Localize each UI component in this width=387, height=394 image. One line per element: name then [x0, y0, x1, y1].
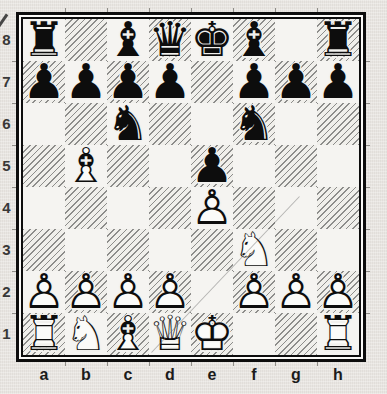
white-king-outline-glyph: ♔	[191, 312, 233, 354]
boundary-tick	[233, 8, 234, 12]
boundary-tick	[65, 362, 66, 366]
square-e8[interactable]: ♚	[191, 19, 233, 61]
square-a6[interactable]	[23, 103, 65, 145]
piece-black-knight: ♞	[233, 103, 275, 145]
black-pawn-glyph: ♟	[275, 60, 317, 102]
board-inner-frame: ♜♝♛♚♝♜♟♟♟♟♟♟♟♞♞♝♗♟♟♙♞♘♟♙♟♙♟♙♟♙♟♙♟♙♟♙♜♖♞♘…	[21, 17, 361, 357]
piece-black-pawn: ♟	[275, 61, 317, 103]
black-pawn-glyph: ♟	[65, 60, 107, 102]
piece-black-knight: ♞	[107, 103, 149, 145]
square-g2[interactable]: ♟♙	[275, 271, 317, 313]
black-pawn-glyph: ♟	[317, 60, 359, 102]
square-g5[interactable]	[275, 145, 317, 187]
white-pawn-outline-glyph: ♙	[233, 270, 275, 312]
rank-label-1: 1	[0, 313, 13, 355]
boundary-tick	[191, 362, 192, 366]
black-knight-glyph: ♞	[233, 102, 275, 144]
square-h7[interactable]: ♟	[317, 61, 359, 103]
file-label-f: f	[233, 364, 275, 386]
piece-white-bishop: ♝♗	[65, 145, 107, 187]
white-pawn-outline-glyph: ♙	[275, 270, 317, 312]
square-h1[interactable]: ♜♖	[317, 313, 359, 355]
square-d7[interactable]: ♟	[149, 61, 191, 103]
boundary-tick	[65, 8, 66, 12]
black-pawn-glyph: ♟	[149, 60, 191, 102]
piece-black-pawn: ♟	[23, 61, 65, 103]
square-c5[interactable]	[107, 145, 149, 187]
boundary-tick	[233, 362, 234, 366]
black-king-glyph: ♚	[191, 18, 233, 60]
square-e3[interactable]	[191, 229, 233, 271]
boundary-tick	[12, 103, 16, 104]
boundary-tick	[12, 187, 16, 188]
boundary-tick	[275, 362, 276, 366]
square-c1[interactable]: ♝♗	[107, 313, 149, 355]
boundary-tick	[107, 8, 108, 12]
rank-label-8: 8	[0, 19, 13, 61]
boundary-tick	[12, 145, 16, 146]
boundary-tick	[12, 271, 16, 272]
square-h6[interactable]	[317, 103, 359, 145]
square-b1[interactable]: ♞♘	[65, 313, 107, 355]
piece-white-rook: ♜♖	[317, 313, 359, 355]
piece-white-knight: ♞♘	[65, 313, 107, 355]
square-e1[interactable]: ♚♔	[191, 313, 233, 355]
boundary-tick	[12, 61, 16, 62]
piece-black-pawn: ♟	[317, 61, 359, 103]
file-label-c: c	[107, 364, 149, 386]
square-g1[interactable]	[275, 313, 317, 355]
boundary-tick	[149, 8, 150, 12]
rank-label-2: 2	[0, 271, 13, 313]
square-f2[interactable]: ♟♙	[233, 271, 275, 313]
black-pawn-glyph: ♟	[23, 60, 65, 102]
file-label-g: g	[275, 364, 317, 386]
white-rook-outline-glyph: ♖	[317, 312, 359, 354]
boundary-tick	[317, 8, 318, 12]
square-b7[interactable]: ♟	[65, 61, 107, 103]
square-a4[interactable]	[23, 187, 65, 229]
square-d6[interactable]	[149, 103, 191, 145]
file-label-a: a	[23, 364, 65, 386]
black-knight-glyph: ♞	[107, 102, 149, 144]
white-pawn-outline-glyph: ♙	[191, 186, 233, 228]
boundary-tick	[366, 187, 370, 188]
boundary-tick	[366, 145, 370, 146]
square-c6[interactable]: ♞	[107, 103, 149, 145]
piece-white-king: ♚♔	[191, 313, 233, 355]
rank-label-3: 3	[0, 229, 13, 271]
square-a5[interactable]	[23, 145, 65, 187]
square-d4[interactable]	[149, 187, 191, 229]
piece-white-pawn: ♟♙	[275, 271, 317, 313]
board-grid: ♜♝♛♚♝♜♟♟♟♟♟♟♟♞♞♝♗♟♟♙♞♘♟♙♟♙♟♙♟♙♟♙♟♙♟♙♜♖♞♘…	[23, 19, 359, 355]
rank-label-6: 6	[0, 103, 13, 145]
boundary-tick	[366, 229, 370, 230]
square-b4[interactable]	[65, 187, 107, 229]
square-c4[interactable]	[107, 187, 149, 229]
rank-label-4: 4	[0, 187, 13, 229]
piece-white-pawn: ♟♙	[191, 187, 233, 229]
page-background: ♜♝♛♚♝♜♟♟♟♟♟♟♟♞♞♝♗♟♟♙♞♘♟♙♟♙♟♙♟♙♟♙♟♙♟♙♜♖♞♘…	[0, 0, 387, 394]
square-f6[interactable]: ♞	[233, 103, 275, 145]
boundary-tick	[366, 61, 370, 62]
rank-label-5: 5	[0, 145, 13, 187]
square-g4[interactable]	[275, 187, 317, 229]
square-h5[interactable]	[317, 145, 359, 187]
piece-white-rook: ♜♖	[23, 313, 65, 355]
square-g7[interactable]: ♟	[275, 61, 317, 103]
piece-white-bishop: ♝♗	[107, 313, 149, 355]
square-e4[interactable]: ♟♙	[191, 187, 233, 229]
square-a1[interactable]: ♜♖	[23, 313, 65, 355]
boundary-tick	[12, 313, 16, 314]
piece-black-king: ♚	[191, 19, 233, 61]
square-h4[interactable]	[317, 187, 359, 229]
piece-black-pawn: ♟	[149, 61, 191, 103]
square-d5[interactable]	[149, 145, 191, 187]
boundary-tick	[107, 362, 108, 366]
square-e7[interactable]	[191, 61, 233, 103]
file-label-d: d	[149, 364, 191, 386]
boundary-tick	[317, 362, 318, 366]
white-bishop-outline-glyph: ♗	[65, 144, 107, 186]
square-f1[interactable]	[233, 313, 275, 355]
boundary-tick	[366, 271, 370, 272]
square-b5[interactable]: ♝♗	[65, 145, 107, 187]
boundary-tick	[12, 229, 16, 230]
white-bishop-outline-glyph: ♗	[107, 312, 149, 354]
white-knight-outline-glyph: ♘	[65, 312, 107, 354]
piece-black-pawn: ♟	[65, 61, 107, 103]
file-label-h: h	[317, 364, 359, 386]
square-f5[interactable]	[233, 145, 275, 187]
file-label-b: b	[65, 364, 107, 386]
white-rook-outline-glyph: ♖	[23, 312, 65, 354]
file-label-e: e	[191, 364, 233, 386]
piece-white-pawn: ♟♙	[233, 271, 275, 313]
boundary-tick	[366, 103, 370, 104]
boundary-tick	[149, 362, 150, 366]
boundary-tick	[275, 8, 276, 12]
square-a7[interactable]: ♟	[23, 61, 65, 103]
boundary-tick	[191, 8, 192, 12]
boundary-tick	[366, 313, 370, 314]
rank-label-7: 7	[0, 61, 13, 103]
square-g6[interactable]	[275, 103, 317, 145]
